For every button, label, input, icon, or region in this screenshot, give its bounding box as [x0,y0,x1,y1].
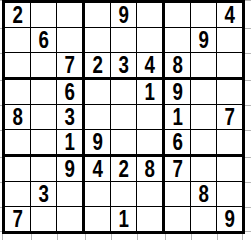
cell-r6c4[interactable]: 9 [85,130,111,157]
cell-r8c7[interactable] [165,182,191,207]
given-digit: 3 [38,182,48,206]
given-digit: 9 [224,207,234,231]
given-digit: 3 [64,105,74,129]
cell-r2c7[interactable] [165,28,191,53]
cell-r9c9[interactable]: 9 [217,207,242,231]
cell-r2c8[interactable]: 9 [191,28,217,53]
spreadsheet-gridline [2,234,3,240]
spreadsheet-gridline [245,231,251,232]
cell-r8c3[interactable] [57,182,85,207]
cell-r3c4[interactable]: 2 [85,53,111,80]
spreadsheet-gridline [245,105,251,106]
cell-r2c2[interactable]: 6 [31,28,57,53]
cell-r8c1[interactable] [5,182,31,207]
cell-r1c1[interactable]: 2 [5,3,31,28]
given-digit: 2 [12,3,22,27]
cell-r7c1[interactable] [5,157,31,182]
cell-r9c5[interactable]: 1 [111,207,137,231]
cell-r9c2[interactable] [31,207,57,231]
spreadsheet-gridline [0,157,2,158]
cell-r8c8[interactable]: 8 [191,182,217,207]
spreadsheet-gridline [31,234,32,240]
cell-r5c6[interactable] [137,105,165,130]
cell-r6c9[interactable] [217,130,242,157]
spreadsheet-gridline [0,53,2,54]
given-digit: 1 [118,207,128,231]
cell-r8c9[interactable] [217,182,242,207]
spreadsheet-gridline [85,234,86,240]
cell-r2c5[interactable] [111,28,137,53]
spreadsheet-gridline [0,105,2,106]
cell-r2c3[interactable] [57,28,85,53]
given-digit: 8 [172,53,182,77]
cell-r3c2[interactable] [31,53,57,80]
cell-r6c8[interactable] [191,130,217,157]
spreadsheet-gridline [245,130,251,131]
given-digit: 8 [144,157,154,181]
cell-r6c2[interactable] [31,130,57,157]
cell-r7c7[interactable]: 7 [165,157,191,182]
given-digit: 9 [64,157,74,181]
cell-r9c1[interactable]: 7 [5,207,31,231]
cell-r4c4[interactable] [85,80,111,105]
cell-r3c9[interactable] [217,53,242,80]
cell-r3c8[interactable] [191,53,217,80]
spreadsheet-gridline [0,182,2,183]
cell-r5c8[interactable] [191,105,217,130]
spreadsheet-gridline [245,53,251,54]
cell-r2c1[interactable] [5,28,31,53]
cell-r5c1[interactable]: 8 [5,105,31,130]
given-digit: 6 [64,80,74,104]
spreadsheet-gridline [0,0,2,1]
spreadsheet-gridline [245,157,251,158]
cell-r3c5[interactable]: 3 [111,53,137,80]
cell-r1c4[interactable] [85,3,111,28]
given-digit: 6 [172,130,182,154]
cell-r7c6[interactable]: 8 [137,157,165,182]
spreadsheet-gridline [245,80,251,81]
cell-r8c2[interactable]: 3 [31,182,57,207]
given-digit: 7 [12,207,22,231]
cell-r5c7[interactable]: 1 [165,105,191,130]
cell-r4c6[interactable]: 1 [137,80,165,105]
cell-r8c5[interactable] [111,182,137,207]
given-digit: 2 [92,53,102,77]
given-digit: 6 [38,28,48,52]
given-digit: 1 [64,130,74,154]
given-digit: 7 [64,53,74,77]
cell-r5c3[interactable]: 3 [57,105,85,130]
cell-r6c5[interactable] [111,130,137,157]
cell-r4c2[interactable] [31,80,57,105]
cell-r9c4[interactable] [85,207,111,231]
cell-r7c2[interactable] [31,157,57,182]
spreadsheet-gridline [0,28,2,29]
spreadsheet-gridline [0,80,2,81]
spreadsheet-gridline [137,234,138,240]
cell-r9c3[interactable] [57,207,85,231]
cell-r4c1[interactable] [5,80,31,105]
cell-r4c7[interactable]: 9 [165,80,191,105]
cell-r9c7[interactable] [165,207,191,231]
cell-r3c7[interactable]: 8 [165,53,191,80]
spreadsheet-gridline [245,207,251,208]
given-digit: 9 [118,3,128,27]
cell-r5c4[interactable] [85,105,111,130]
cell-r1c2[interactable] [31,3,57,28]
spreadsheet-gridline [245,0,251,1]
given-digit: 7 [224,105,234,129]
cell-r6c1[interactable] [5,130,31,157]
given-digit: 3 [118,53,128,77]
cell-r7c4[interactable]: 4 [85,157,111,182]
given-digit: 1 [144,80,154,104]
cell-r5c2[interactable] [31,105,57,130]
cell-r1c5[interactable]: 9 [111,3,137,28]
spreadsheet-gridline [165,234,166,240]
given-digit: 9 [92,130,102,154]
cell-r4c8[interactable] [191,80,217,105]
cell-r1c6[interactable] [137,3,165,28]
cell-r2c6[interactable] [137,28,165,53]
cell-r5c9[interactable]: 7 [217,105,242,130]
spreadsheet-gridline [0,231,2,232]
cell-r1c8[interactable] [191,3,217,28]
cell-r3c3[interactable]: 7 [57,53,85,80]
spreadsheet-gridline [0,130,2,131]
cell-r2c4[interactable] [85,28,111,53]
cell-r4c5[interactable] [111,80,137,105]
cell-r6c7[interactable]: 6 [165,130,191,157]
given-digit: 4 [224,3,234,27]
sudoku-screenshot: 294697234861983171969428738719 [0,0,251,240]
cell-r1c7[interactable] [165,3,191,28]
cell-r4c9[interactable] [217,80,242,105]
spreadsheet-gridline [245,28,251,29]
given-digit: 8 [198,182,208,206]
cell-r8c4[interactable] [85,182,111,207]
spreadsheet-gridline [245,182,251,183]
cell-r4c3[interactable]: 6 [57,80,85,105]
spreadsheet-gridline [111,234,112,240]
cell-r7c5[interactable]: 2 [111,157,137,182]
spreadsheet-gridline [57,234,58,240]
cell-r1c9[interactable]: 4 [217,3,242,28]
given-digit: 4 [92,157,102,181]
cell-r3c1[interactable] [5,53,31,80]
cell-r6c3[interactable]: 1 [57,130,85,157]
cell-r1c3[interactable] [57,3,85,28]
cell-r3c6[interactable]: 4 [137,53,165,80]
spreadsheet-gridline [242,234,243,240]
given-digit: 2 [118,157,128,181]
given-digit: 8 [12,105,22,129]
cell-r8c6[interactable] [137,182,165,207]
cell-r7c3[interactable]: 9 [57,157,85,182]
sudoku-board: 294697234861983171969428738719 [2,0,245,234]
spreadsheet-gridline [217,234,218,240]
cell-r9c8[interactable] [191,207,217,231]
cell-r6c6[interactable] [137,130,165,157]
spreadsheet-gridline [191,234,192,240]
cell-r5c5[interactable] [111,105,137,130]
spreadsheet-gridline [0,207,2,208]
cell-r7c8[interactable] [191,157,217,182]
given-digit: 9 [198,28,208,52]
cell-r9c6[interactable] [137,207,165,231]
given-digit: 4 [144,53,154,77]
given-digit: 1 [172,105,182,129]
cell-r7c9[interactable] [217,157,242,182]
given-digit: 9 [172,80,182,104]
cell-r2c9[interactable] [217,28,242,53]
given-digit: 7 [172,157,182,181]
